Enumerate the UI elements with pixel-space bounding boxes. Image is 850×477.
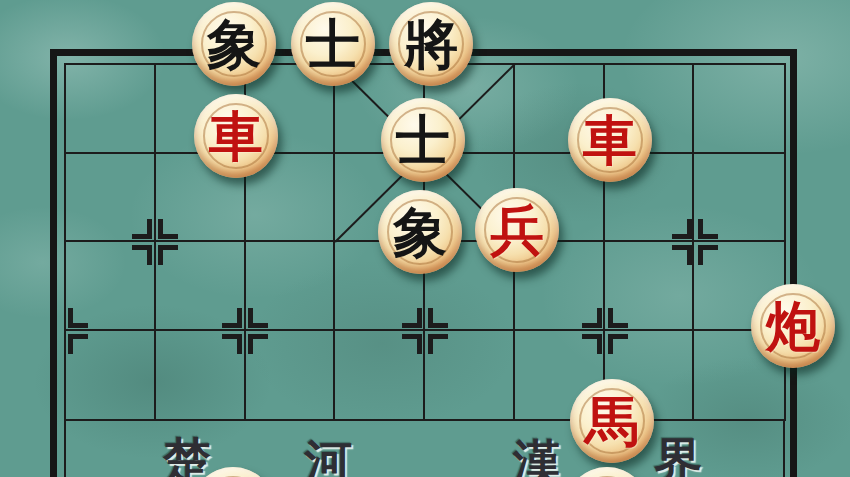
piece-red-chariot[interactable]: 車 [194,94,278,178]
point-marker-corner [672,219,692,239]
piece-red-soldier[interactable]: 兵 [475,188,559,272]
point-marker-corner [698,219,718,239]
black-advisor-glyph: 士 [291,2,375,86]
red-chariot-glyph: 車 [568,98,652,182]
river-left-edge-line [64,420,66,477]
point-marker-corner [672,245,692,265]
point-marker [672,219,718,265]
black-elephant-glyph: 象 [192,2,276,86]
point-marker-corner [698,245,718,265]
red-chariot-glyph: 車 [194,94,278,178]
river-label: 河 [304,438,352,477]
river-label: 界 [654,436,702,477]
point-marker-corner [608,308,628,328]
point-marker-corner [428,308,448,328]
point-marker-corner [158,245,178,265]
point-marker-corner [222,334,242,354]
point-marker-corner [222,308,242,328]
piece-black-advisor[interactable]: 士 [381,98,465,182]
point-marker [42,308,88,354]
red-soldier-glyph: 兵 [475,188,559,272]
point-marker-corner [132,245,152,265]
point-marker-corner [608,334,628,354]
point-marker-corner [428,334,448,354]
point-marker-corner [68,334,88,354]
point-marker [582,308,628,354]
black-advisor-glyph: 士 [381,98,465,182]
piece-black-general[interactable]: 將 [389,2,473,86]
piece-black-advisor[interactable]: 士 [291,2,375,86]
red-cannon-glyph: 炮 [751,284,835,368]
black-general-glyph: 將 [389,2,473,86]
piece-red-chariot[interactable]: 車 [568,98,652,182]
river-right-edge-line [783,420,785,477]
piece-black-elephant[interactable]: 象 [378,190,462,274]
point-marker-corner [248,308,268,328]
point-marker-corner [248,334,268,354]
point-marker-corner [582,334,602,354]
point-marker-corner [402,334,422,354]
black-elephant-glyph: 象 [378,190,462,274]
point-marker-corner [132,219,152,239]
point-marker [222,308,268,354]
piece-red-cannon[interactable]: 炮 [751,284,835,368]
river-label: 楚 [163,436,211,477]
xiangqi-board: 楚河漢界 象士將車士車象兵炮馬 [0,0,850,477]
piece-black-elephant[interactable]: 象 [192,2,276,86]
river-label: 漢 [513,438,561,477]
red-horse-glyph: 馬 [570,379,654,463]
grid-cell [66,65,156,154]
point-marker-corner [402,308,422,328]
grid-cell [694,65,784,154]
piece-red-horse[interactable]: 馬 [570,379,654,463]
point-marker-corner [582,308,602,328]
point-marker-corner [68,308,88,328]
point-marker [402,308,448,354]
point-marker [132,219,178,265]
point-marker-corner [158,219,178,239]
